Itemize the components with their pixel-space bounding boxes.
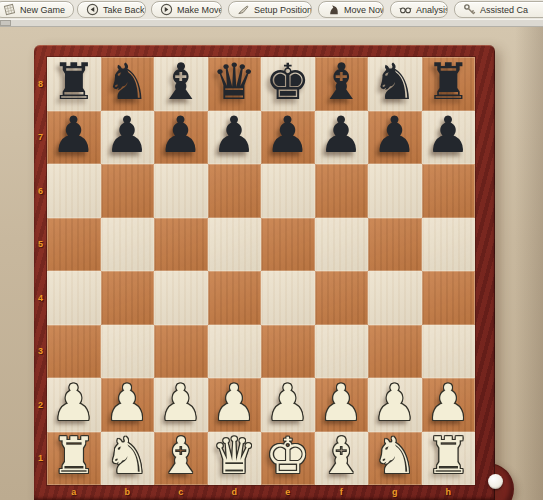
square-d8[interactable]: ♛: [208, 57, 262, 111]
app-window: New Game Take Back Make Move: [0, 0, 543, 500]
make-move-icon: [160, 3, 173, 16]
piece-black-knight: ♞: [105, 57, 150, 107]
square-e5[interactable]: [261, 218, 315, 272]
file-labels: abcdefgh: [47, 485, 475, 499]
square-f1[interactable]: ♝: [315, 432, 369, 486]
piece-white-queen: ♛: [212, 431, 257, 481]
square-e8[interactable]: ♚: [261, 57, 315, 111]
piece-white-pawn: ♟: [212, 378, 257, 428]
square-d4[interactable]: [208, 271, 262, 325]
square-c7[interactable]: ♟: [154, 111, 208, 165]
piece-black-pawn: ♟: [319, 110, 364, 160]
piece-black-pawn: ♟: [212, 110, 257, 160]
piece-white-pawn: ♟: [372, 378, 417, 428]
rank-label-6: 6: [38, 186, 43, 196]
rank-label-7: 7: [38, 132, 43, 142]
square-h7[interactable]: ♟: [422, 111, 476, 165]
square-f2[interactable]: ♟: [315, 378, 369, 432]
square-h5[interactable]: [422, 218, 476, 272]
assisted-label: Assisted Ca: [480, 5, 528, 15]
square-a3[interactable]: [47, 325, 101, 379]
piece-white-knight: ♞: [372, 431, 417, 481]
assisted-button[interactable]: Assisted Ca: [454, 1, 543, 18]
square-c6[interactable]: [154, 164, 208, 218]
rank-label-1: 1: [38, 453, 43, 463]
rank-label-3: 3: [38, 346, 43, 356]
piece-black-bishop: ♝: [319, 57, 364, 107]
square-a6[interactable]: [47, 164, 101, 218]
piece-white-rook: ♜: [51, 431, 96, 481]
square-a4[interactable]: [47, 271, 101, 325]
square-h4[interactable]: [422, 271, 476, 325]
square-f5[interactable]: [315, 218, 369, 272]
piece-black-pawn: ♟: [51, 110, 96, 160]
move-now-label: Move Now: [344, 5, 384, 15]
piece-black-pawn: ♟: [265, 110, 310, 160]
file-label-c: c: [178, 487, 183, 497]
horizontal-scrollbar[interactable]: [0, 19, 543, 27]
square-c1[interactable]: ♝: [154, 432, 208, 486]
piece-white-pawn: ♟: [426, 378, 471, 428]
square-b8[interactable]: ♞: [101, 57, 155, 111]
square-b5[interactable]: [101, 218, 155, 272]
square-a8[interactable]: ♜: [47, 57, 101, 111]
piece-white-bishop: ♝: [158, 431, 203, 481]
analysis-button[interactable]: Analysis: [390, 1, 448, 18]
take-back-button[interactable]: Take Back: [77, 1, 146, 18]
square-b3[interactable]: [101, 325, 155, 379]
analysis-icon: [399, 3, 412, 16]
chess-board: ♜♞♝♛♚♝♞♜♟♟♟♟♟♟♟♟♟♟♟♟♟♟♟♟♜♞♝♛♚♝♞♜ 8765432…: [34, 45, 495, 500]
piece-black-rook: ♜: [51, 57, 96, 107]
square-b4[interactable]: [101, 271, 155, 325]
square-a2[interactable]: ♟: [47, 378, 101, 432]
piece-black-pawn: ♟: [372, 110, 417, 160]
square-b6[interactable]: [101, 164, 155, 218]
square-g2[interactable]: ♟: [368, 378, 422, 432]
board-knob: [488, 474, 503, 489]
piece-black-pawn: ♟: [105, 110, 150, 160]
square-f4[interactable]: [315, 271, 369, 325]
square-b7[interactable]: ♟: [101, 111, 155, 165]
square-g7[interactable]: ♟: [368, 111, 422, 165]
piece-white-knight: ♞: [105, 431, 150, 481]
piece-black-pawn: ♟: [158, 110, 203, 160]
square-d7[interactable]: ♟: [208, 111, 262, 165]
square-g8[interactable]: ♞: [368, 57, 422, 111]
take-back-label: Take Back: [103, 5, 145, 15]
square-e4[interactable]: [261, 271, 315, 325]
square-d6[interactable]: [208, 164, 262, 218]
square-b2[interactable]: ♟: [101, 378, 155, 432]
file-label-g: g: [392, 487, 398, 497]
new-game-button[interactable]: New Game: [0, 1, 74, 18]
square-f3[interactable]: [315, 325, 369, 379]
square-a7[interactable]: ♟: [47, 111, 101, 165]
piece-white-pawn: ♟: [105, 378, 150, 428]
file-label-a: a: [71, 487, 76, 497]
piece-black-bishop: ♝: [158, 57, 203, 107]
piece-black-rook: ♜: [426, 57, 471, 107]
square-b1[interactable]: ♞: [101, 432, 155, 486]
scrollbar-thumb[interactable]: [0, 20, 11, 26]
square-f8[interactable]: ♝: [315, 57, 369, 111]
square-g5[interactable]: [368, 218, 422, 272]
square-e2[interactable]: ♟: [261, 378, 315, 432]
square-a5[interactable]: [47, 218, 101, 272]
square-a1[interactable]: ♜: [47, 432, 101, 486]
file-label-e: e: [285, 487, 290, 497]
square-f6[interactable]: [315, 164, 369, 218]
square-c2[interactable]: ♟: [154, 378, 208, 432]
square-h2[interactable]: ♟: [422, 378, 476, 432]
move-now-icon: [327, 3, 340, 16]
piece-black-knight: ♞: [372, 57, 417, 107]
toolbar: New Game Take Back Make Move: [0, 0, 543, 19]
square-e6[interactable]: [261, 164, 315, 218]
piece-white-pawn: ♟: [319, 378, 364, 428]
square-d1[interactable]: ♛: [208, 432, 262, 486]
square-c4[interactable]: [154, 271, 208, 325]
analysis-label: Analysis: [416, 5, 448, 15]
rank-label-5: 5: [38, 239, 43, 249]
piece-black-pawn: ♟: [426, 110, 471, 160]
piece-white-pawn: ♟: [158, 378, 203, 428]
move-now-button[interactable]: Move Now: [318, 1, 384, 18]
assisted-icon: [463, 3, 476, 16]
square-c8[interactable]: ♝: [154, 57, 208, 111]
square-e7[interactable]: ♟: [261, 111, 315, 165]
piece-white-rook: ♜: [426, 431, 471, 481]
square-e3[interactable]: [261, 325, 315, 379]
square-g4[interactable]: [368, 271, 422, 325]
square-h3[interactable]: [422, 325, 476, 379]
square-g6[interactable]: [368, 164, 422, 218]
square-h1[interactable]: ♜: [422, 432, 476, 486]
make-move-button[interactable]: Make Move: [151, 1, 222, 18]
file-label-h: h: [446, 487, 452, 497]
piece-white-pawn: ♟: [265, 378, 310, 428]
square-c5[interactable]: [154, 218, 208, 272]
piece-black-king: ♚: [265, 57, 310, 107]
rank-labels: 87654321: [34, 57, 47, 485]
piece-white-pawn: ♟: [51, 378, 96, 428]
rank-label-8: 8: [38, 79, 43, 89]
setup-position-button[interactable]: Setup Position: [228, 1, 312, 18]
board-squares: ♜♞♝♛♚♝♞♜♟♟♟♟♟♟♟♟♟♟♟♟♟♟♟♟♜♞♝♛♚♝♞♜: [47, 57, 475, 485]
square-d5[interactable]: [208, 218, 262, 272]
square-g1[interactable]: ♞: [368, 432, 422, 486]
square-f7[interactable]: ♟: [315, 111, 369, 165]
file-label-f: f: [340, 487, 343, 497]
new-game-icon: [3, 3, 16, 16]
piece-white-bishop: ♝: [319, 431, 364, 481]
square-g3[interactable]: [368, 325, 422, 379]
square-h6[interactable]: [422, 164, 476, 218]
square-h8[interactable]: ♜: [422, 57, 476, 111]
rank-label-2: 2: [38, 400, 43, 410]
piece-white-king: ♚: [265, 431, 310, 481]
make-move-label: Make Move: [177, 5, 222, 15]
setup-position-label: Setup Position: [254, 5, 312, 15]
setup-position-icon: [237, 3, 250, 16]
square-c3[interactable]: [154, 325, 208, 379]
file-label-b: b: [125, 487, 131, 497]
take-back-icon: [86, 3, 99, 16]
new-game-label: New Game: [20, 5, 65, 15]
file-label-d: d: [232, 487, 238, 497]
square-d3[interactable]: [208, 325, 262, 379]
square-e1[interactable]: ♚: [261, 432, 315, 486]
piece-black-queen: ♛: [212, 57, 257, 107]
rank-label-4: 4: [38, 293, 43, 303]
square-d2[interactable]: ♟: [208, 378, 262, 432]
